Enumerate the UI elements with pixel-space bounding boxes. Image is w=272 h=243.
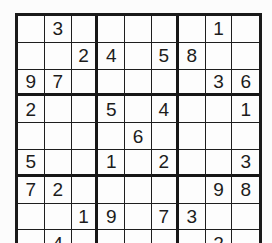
cell-r2c4[interactable]: 4 xyxy=(98,43,125,70)
cell-r6c9[interactable]: 3 xyxy=(232,150,259,177)
cell-r6c6[interactable]: 2 xyxy=(152,150,179,177)
cell-r2c9[interactable] xyxy=(232,43,259,70)
cell-r3c2[interactable]: 7 xyxy=(45,70,72,97)
cell-r9c6[interactable] xyxy=(152,230,179,243)
cell-r2c7[interactable]: 8 xyxy=(179,43,206,70)
cell-r3c6[interactable] xyxy=(152,70,179,97)
cell-r7c6[interactable] xyxy=(152,177,179,204)
cell-r6c5[interactable] xyxy=(125,150,152,177)
cell-r1c9[interactable] xyxy=(232,16,259,43)
cell-r8c2[interactable] xyxy=(45,204,72,231)
cell-r5c6[interactable] xyxy=(152,123,179,150)
cell-r3c3[interactable] xyxy=(72,70,99,97)
cell-r1c6[interactable] xyxy=(152,16,179,43)
cell-r1c8[interactable]: 1 xyxy=(206,16,233,43)
cell-r1c5[interactable] xyxy=(125,16,152,43)
cell-r1c3[interactable] xyxy=(72,16,99,43)
cell-r4c2[interactable] xyxy=(45,96,72,123)
cell-r9c3[interactable] xyxy=(72,230,99,243)
cell-r8c1[interactable] xyxy=(18,204,45,231)
cell-r3c9[interactable]: 6 xyxy=(232,70,259,97)
cell-r3c8[interactable]: 3 xyxy=(206,70,233,97)
cell-r5c3[interactable] xyxy=(72,123,99,150)
cell-r8c9[interactable] xyxy=(232,204,259,231)
cell-r6c4[interactable]: 1 xyxy=(98,150,125,177)
cell-r2c5[interactable] xyxy=(125,43,152,70)
cell-r8c5[interactable] xyxy=(125,204,152,231)
cell-r2c3[interactable]: 2 xyxy=(72,43,99,70)
cell-r5c7[interactable] xyxy=(179,123,206,150)
cell-r9c4[interactable] xyxy=(98,230,125,243)
cell-r6c8[interactable] xyxy=(206,150,233,177)
cell-r7c7[interactable] xyxy=(179,177,206,204)
cell-r1c7[interactable] xyxy=(179,16,206,43)
cell-r8c3[interactable]: 1 xyxy=(72,204,99,231)
cell-r4c4[interactable]: 5 xyxy=(98,96,125,123)
cell-r1c1[interactable] xyxy=(18,16,45,43)
cell-r4c1[interactable]: 2 xyxy=(18,96,45,123)
cell-r9c7[interactable] xyxy=(179,230,206,243)
cell-r3c4[interactable] xyxy=(98,70,125,97)
cell-r6c2[interactable] xyxy=(45,150,72,177)
cell-r9c9[interactable] xyxy=(232,230,259,243)
cell-r4c8[interactable] xyxy=(206,96,233,123)
cell-r6c3[interactable] xyxy=(72,150,99,177)
cell-r7c9[interactable]: 8 xyxy=(232,177,259,204)
cell-r2c1[interactable] xyxy=(18,43,45,70)
cell-r9c2[interactable]: 4 xyxy=(45,230,72,243)
cell-r7c1[interactable]: 7 xyxy=(18,177,45,204)
cell-r8c4[interactable]: 9 xyxy=(98,204,125,231)
cell-r2c8[interactable] xyxy=(206,43,233,70)
cell-r4c9[interactable]: 1 xyxy=(232,96,259,123)
cell-r4c6[interactable]: 4 xyxy=(152,96,179,123)
cell-r1c2[interactable]: 3 xyxy=(45,16,72,43)
cell-r4c5[interactable] xyxy=(125,96,152,123)
cell-r5c8[interactable] xyxy=(206,123,233,150)
cell-r5c9[interactable] xyxy=(232,123,259,150)
cell-r8c6[interactable]: 7 xyxy=(152,204,179,231)
cell-r7c8[interactable]: 9 xyxy=(206,177,233,204)
cell-r8c8[interactable] xyxy=(206,204,233,231)
cell-r7c3[interactable] xyxy=(72,177,99,204)
cell-r7c2[interactable]: 2 xyxy=(45,177,72,204)
cell-r6c1[interactable]: 5 xyxy=(18,150,45,177)
cell-r5c4[interactable] xyxy=(98,123,125,150)
cell-r2c2[interactable] xyxy=(45,43,72,70)
cell-r1c4[interactable] xyxy=(98,16,125,43)
cell-r9c5[interactable] xyxy=(125,230,152,243)
cell-r2c6[interactable]: 5 xyxy=(152,43,179,70)
cell-r3c1[interactable]: 9 xyxy=(18,70,45,97)
cell-r5c5[interactable]: 6 xyxy=(125,123,152,150)
cell-r3c7[interactable] xyxy=(179,70,206,97)
cell-r8c7[interactable]: 3 xyxy=(179,204,206,231)
cell-r3c5[interactable] xyxy=(125,70,152,97)
cell-r7c4[interactable] xyxy=(98,177,125,204)
cell-r5c1[interactable] xyxy=(18,123,45,150)
cell-r5c2[interactable] xyxy=(45,123,72,150)
cell-r4c7[interactable] xyxy=(179,96,206,123)
cell-r9c1[interactable] xyxy=(18,230,45,243)
sudoku-board: 31245897362541651237298197342 xyxy=(15,13,262,243)
cell-r7c5[interactable] xyxy=(125,177,152,204)
cell-r4c3[interactable] xyxy=(72,96,99,123)
cell-r9c8[interactable]: 2 xyxy=(206,230,233,243)
cell-r6c7[interactable] xyxy=(179,150,206,177)
